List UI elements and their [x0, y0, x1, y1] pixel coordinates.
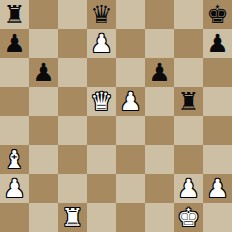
piece-white-pawn[interactable]: ♟ — [3, 174, 25, 203]
square-d5[interactable]: ♛ — [87, 87, 116, 116]
square-a4[interactable] — [0, 116, 29, 145]
square-h1[interactable] — [203, 203, 232, 232]
chessboard: ♜♛♚♟♟♟♟♟♛♟♜♝♟♟♟♜♚ — [0, 0, 232, 232]
square-a1[interactable] — [0, 203, 29, 232]
square-a2[interactable]: ♟ — [0, 174, 29, 203]
piece-black-queen[interactable]: ♛ — [90, 0, 112, 29]
square-b7[interactable] — [29, 29, 58, 58]
square-a7[interactable]: ♟ — [0, 29, 29, 58]
piece-black-rook[interactable]: ♜ — [3, 0, 25, 29]
piece-white-pawn[interactable]: ♟ — [206, 174, 228, 203]
square-f7[interactable] — [145, 29, 174, 58]
piece-white-queen[interactable]: ♛ — [90, 87, 112, 116]
square-f4[interactable] — [145, 116, 174, 145]
square-b2[interactable] — [29, 174, 58, 203]
square-g6[interactable] — [174, 58, 203, 87]
square-c7[interactable] — [58, 29, 87, 58]
piece-black-king[interactable]: ♚ — [206, 0, 228, 29]
piece-white-pawn[interactable]: ♟ — [90, 29, 112, 58]
square-c1[interactable]: ♜ — [58, 203, 87, 232]
square-g4[interactable] — [174, 116, 203, 145]
square-c4[interactable] — [58, 116, 87, 145]
square-b3[interactable] — [29, 145, 58, 174]
piece-white-pawn[interactable]: ♟ — [177, 174, 199, 203]
square-a6[interactable] — [0, 58, 29, 87]
square-a8[interactable]: ♜ — [0, 0, 29, 29]
square-d3[interactable] — [87, 145, 116, 174]
square-b6[interactable]: ♟ — [29, 58, 58, 87]
square-e4[interactable] — [116, 116, 145, 145]
square-f6[interactable]: ♟ — [145, 58, 174, 87]
square-b8[interactable] — [29, 0, 58, 29]
piece-white-bishop[interactable]: ♝ — [3, 145, 25, 174]
square-h6[interactable] — [203, 58, 232, 87]
piece-white-king[interactable]: ♚ — [177, 203, 199, 232]
square-e8[interactable] — [116, 0, 145, 29]
square-e2[interactable] — [116, 174, 145, 203]
square-e5[interactable]: ♟ — [116, 87, 145, 116]
square-h8[interactable]: ♚ — [203, 0, 232, 29]
square-e1[interactable] — [116, 203, 145, 232]
square-g7[interactable] — [174, 29, 203, 58]
square-b1[interactable] — [29, 203, 58, 232]
piece-white-rook[interactable]: ♜ — [61, 203, 83, 232]
piece-black-pawn[interactable]: ♟ — [3, 29, 25, 58]
square-f2[interactable] — [145, 174, 174, 203]
square-f3[interactable] — [145, 145, 174, 174]
square-a3[interactable]: ♝ — [0, 145, 29, 174]
square-d4[interactable] — [87, 116, 116, 145]
square-g1[interactable]: ♚ — [174, 203, 203, 232]
square-c2[interactable] — [58, 174, 87, 203]
square-h4[interactable] — [203, 116, 232, 145]
piece-black-pawn[interactable]: ♟ — [148, 58, 170, 87]
square-d6[interactable] — [87, 58, 116, 87]
square-d2[interactable] — [87, 174, 116, 203]
square-g3[interactable] — [174, 145, 203, 174]
square-g8[interactable] — [174, 0, 203, 29]
square-b4[interactable] — [29, 116, 58, 145]
square-h2[interactable]: ♟ — [203, 174, 232, 203]
piece-black-pawn[interactable]: ♟ — [206, 29, 228, 58]
square-d8[interactable]: ♛ — [87, 0, 116, 29]
square-e6[interactable] — [116, 58, 145, 87]
square-c6[interactable] — [58, 58, 87, 87]
square-f5[interactable] — [145, 87, 174, 116]
square-c5[interactable] — [58, 87, 87, 116]
square-h5[interactable] — [203, 87, 232, 116]
square-c8[interactable] — [58, 0, 87, 29]
piece-white-pawn[interactable]: ♟ — [119, 87, 141, 116]
piece-black-rook[interactable]: ♜ — [177, 87, 199, 116]
square-d7[interactable]: ♟ — [87, 29, 116, 58]
square-h7[interactable]: ♟ — [203, 29, 232, 58]
square-g2[interactable]: ♟ — [174, 174, 203, 203]
piece-black-pawn[interactable]: ♟ — [32, 58, 54, 87]
square-d1[interactable] — [87, 203, 116, 232]
square-e3[interactable] — [116, 145, 145, 174]
square-f1[interactable] — [145, 203, 174, 232]
square-g5[interactable]: ♜ — [174, 87, 203, 116]
square-e7[interactable] — [116, 29, 145, 58]
square-f8[interactable] — [145, 0, 174, 29]
square-b5[interactable] — [29, 87, 58, 116]
square-h3[interactable] — [203, 145, 232, 174]
square-a5[interactable] — [0, 87, 29, 116]
square-c3[interactable] — [58, 145, 87, 174]
